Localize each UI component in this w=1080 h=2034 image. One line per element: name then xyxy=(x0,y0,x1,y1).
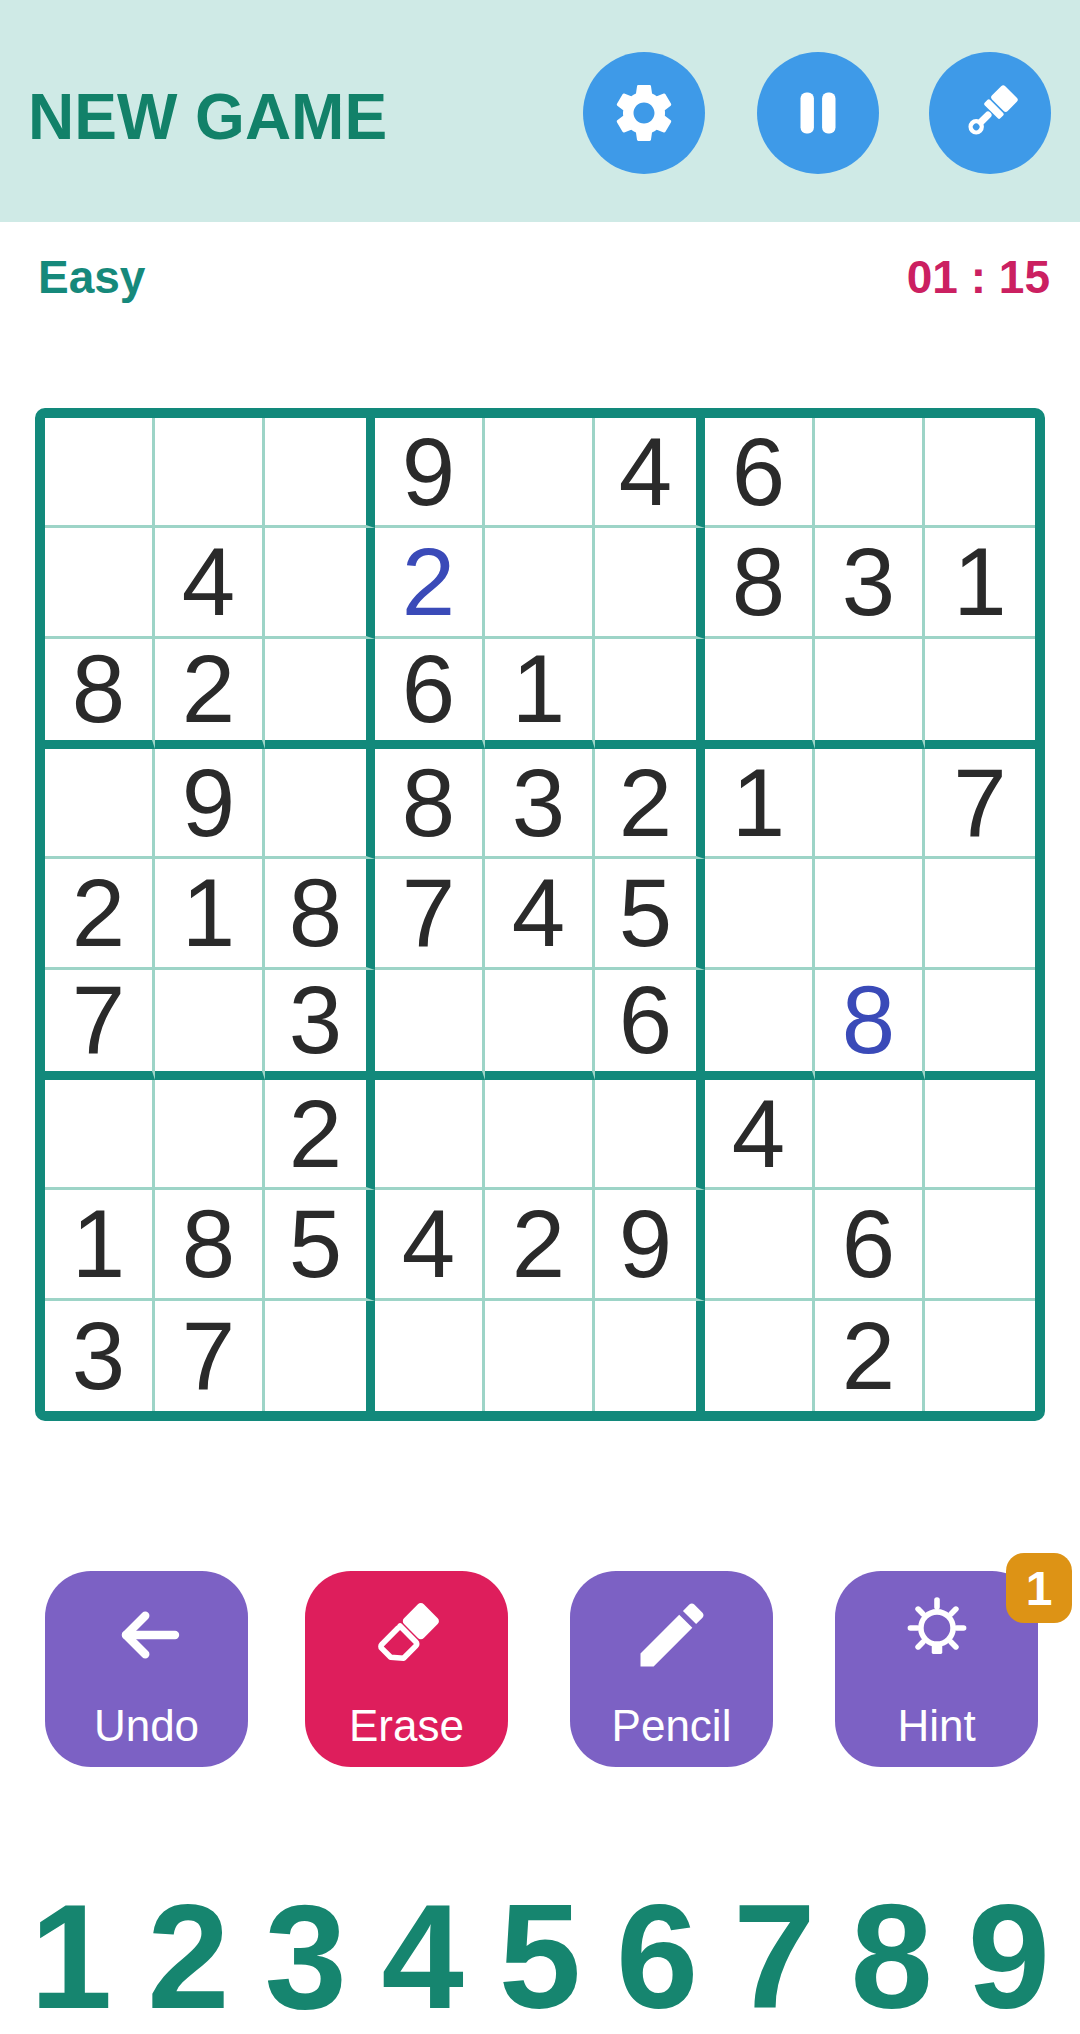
erase-label: Erase xyxy=(305,1701,508,1751)
cell-r1c2[interactable] xyxy=(155,418,265,528)
gear-icon xyxy=(609,78,679,148)
hint-badge: 1 xyxy=(1006,1553,1072,1623)
cell-r2c9[interactable]: 1 xyxy=(925,528,1035,638)
cell-r8c4[interactable]: 4 xyxy=(375,1190,485,1300)
cell-r6c6[interactable]: 6 xyxy=(595,970,705,1080)
cell-r2c2[interactable]: 4 xyxy=(155,528,265,638)
cell-r8c8[interactable]: 6 xyxy=(815,1190,925,1300)
numpad-6[interactable]: 6 xyxy=(616,1883,698,2031)
timer: 01 : 15 xyxy=(907,254,1050,300)
numpad-5[interactable]: 5 xyxy=(499,1883,581,2031)
cell-r4c5[interactable]: 3 xyxy=(485,749,595,859)
cell-r2c8[interactable]: 3 xyxy=(815,528,925,638)
numpad-2[interactable]: 2 xyxy=(147,1883,229,2031)
cell-r2c5[interactable] xyxy=(485,528,595,638)
cell-r3c7[interactable] xyxy=(705,639,815,749)
cell-r7c4[interactable] xyxy=(375,1080,485,1190)
cell-r2c7[interactable]: 8 xyxy=(705,528,815,638)
cell-r6c1[interactable]: 7 xyxy=(45,970,155,1080)
pause-icon xyxy=(783,78,853,148)
theme-button[interactable] xyxy=(929,52,1051,174)
cell-r5c7[interactable] xyxy=(705,859,815,969)
cell-r5c8[interactable] xyxy=(815,859,925,969)
cell-r3c9[interactable] xyxy=(925,639,1035,749)
numpad-1[interactable]: 1 xyxy=(30,1883,112,2031)
cell-r9c5[interactable] xyxy=(485,1301,595,1411)
cell-r6c4[interactable] xyxy=(375,970,485,1080)
cell-r2c3[interactable] xyxy=(265,528,375,638)
cell-r5c6[interactable]: 5 xyxy=(595,859,705,969)
cell-r4c2[interactable]: 9 xyxy=(155,749,265,859)
cell-r7c8[interactable] xyxy=(815,1080,925,1190)
cell-r4c9[interactable]: 7 xyxy=(925,749,1035,859)
sudoku-board: 9464283182619832172187457368241854296372 xyxy=(35,408,1045,1421)
cell-r4c6[interactable]: 2 xyxy=(595,749,705,859)
cell-r5c2[interactable]: 1 xyxy=(155,859,265,969)
page-title: NEW GAME xyxy=(28,80,387,154)
cell-r3c5[interactable]: 1 xyxy=(485,639,595,749)
cell-r4c7[interactable]: 1 xyxy=(705,749,815,859)
cell-r3c1[interactable]: 8 xyxy=(45,639,155,749)
cell-r7c5[interactable] xyxy=(485,1080,595,1190)
cell-r8c3[interactable]: 5 xyxy=(265,1190,375,1300)
erase-button[interactable]: Erase xyxy=(305,1571,508,1767)
cell-r6c2[interactable] xyxy=(155,970,265,1080)
cell-r8c7[interactable] xyxy=(705,1190,815,1300)
cell-r3c8[interactable] xyxy=(815,639,925,749)
cell-r6c3[interactable]: 3 xyxy=(265,970,375,1080)
cell-r7c9[interactable] xyxy=(925,1080,1035,1190)
cell-r9c6[interactable] xyxy=(595,1301,705,1411)
pause-button[interactable] xyxy=(757,52,879,174)
cell-r9c8[interactable]: 2 xyxy=(815,1301,925,1411)
cell-r6c7[interactable] xyxy=(705,970,815,1080)
undo-arrow-icon xyxy=(105,1593,189,1677)
cell-r9c2[interactable]: 7 xyxy=(155,1301,265,1411)
cell-r5c9[interactable] xyxy=(925,859,1035,969)
cell-r1c7[interactable]: 6 xyxy=(705,418,815,528)
settings-button[interactable] xyxy=(583,52,705,174)
numpad-7[interactable]: 7 xyxy=(733,1883,815,2031)
cell-r4c8[interactable] xyxy=(815,749,925,859)
cell-r6c8[interactable]: 8 xyxy=(815,970,925,1080)
cell-r8c6[interactable]: 9 xyxy=(595,1190,705,1300)
hint-button[interactable]: Hint 1 xyxy=(835,1571,1038,1767)
cell-r7c6[interactable] xyxy=(595,1080,705,1190)
cell-r4c4[interactable]: 8 xyxy=(375,749,485,859)
cell-r8c1[interactable]: 1 xyxy=(45,1190,155,1300)
cell-r9c4[interactable] xyxy=(375,1301,485,1411)
cell-r1c4[interactable]: 9 xyxy=(375,418,485,528)
cell-r5c1[interactable]: 2 xyxy=(45,859,155,969)
cell-r3c3[interactable] xyxy=(265,639,375,749)
undo-button[interactable]: Undo xyxy=(45,1571,248,1767)
pencil-button[interactable]: Pencil xyxy=(570,1571,773,1767)
cell-r2c6[interactable] xyxy=(595,528,705,638)
cell-r7c2[interactable] xyxy=(155,1080,265,1190)
cell-r6c5[interactable] xyxy=(485,970,595,1080)
cell-r5c3[interactable]: 8 xyxy=(265,859,375,969)
cell-r7c3[interactable]: 2 xyxy=(265,1080,375,1190)
numpad-8[interactable]: 8 xyxy=(850,1883,932,2031)
numpad-9[interactable]: 9 xyxy=(968,1883,1050,2031)
cell-r3c6[interactable] xyxy=(595,639,705,749)
numpad-3[interactable]: 3 xyxy=(264,1883,346,2031)
cell-r5c5[interactable]: 4 xyxy=(485,859,595,969)
cell-r5c4[interactable]: 7 xyxy=(375,859,485,969)
cell-r1c9[interactable] xyxy=(925,418,1035,528)
cell-r1c8[interactable] xyxy=(815,418,925,528)
cell-r7c7[interactable]: 4 xyxy=(705,1080,815,1190)
cell-r1c6[interactable]: 4 xyxy=(595,418,705,528)
header: NEW GAME xyxy=(0,0,1080,222)
cell-r4c3[interactable] xyxy=(265,749,375,859)
pencil-label: Pencil xyxy=(570,1701,773,1751)
cell-r2c4[interactable]: 2 xyxy=(375,528,485,638)
cell-r9c1[interactable]: 3 xyxy=(45,1301,155,1411)
cell-r8c2[interactable]: 8 xyxy=(155,1190,265,1300)
cell-r9c7[interactable] xyxy=(705,1301,815,1411)
cell-r6c9[interactable] xyxy=(925,970,1035,1080)
difficulty-label: Easy xyxy=(38,254,145,300)
cell-r4c1[interactable] xyxy=(45,749,155,859)
cell-r1c5[interactable] xyxy=(485,418,595,528)
undo-label: Undo xyxy=(45,1701,248,1751)
cell-r8c9[interactable] xyxy=(925,1190,1035,1300)
cell-r3c4[interactable]: 6 xyxy=(375,639,485,749)
lightbulb-icon xyxy=(895,1593,979,1677)
hint-label: Hint xyxy=(835,1701,1038,1751)
cell-r8c5[interactable]: 2 xyxy=(485,1190,595,1300)
number-pad: 123456789 xyxy=(30,1892,1050,2022)
numpad-4[interactable]: 4 xyxy=(382,1883,464,2031)
cell-r9c9[interactable] xyxy=(925,1301,1035,1411)
paint-brush-icon xyxy=(955,78,1025,148)
cell-r2c1[interactable] xyxy=(45,528,155,638)
cell-r7c1[interactable] xyxy=(45,1080,155,1190)
cell-r1c1[interactable] xyxy=(45,418,155,528)
cell-r9c3[interactable] xyxy=(265,1301,375,1411)
eraser-icon xyxy=(365,1593,449,1677)
cell-r3c2[interactable]: 2 xyxy=(155,639,265,749)
pencil-icon xyxy=(630,1593,714,1677)
cell-r1c3[interactable] xyxy=(265,418,375,528)
